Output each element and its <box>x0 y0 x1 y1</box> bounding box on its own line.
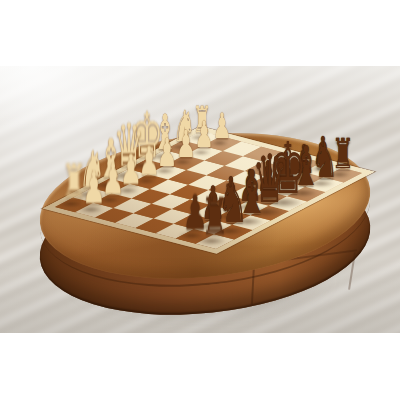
product-photo-chess-set: ♜♞♝♛♚♝♞♜♟♟♟♟♟♟♟♟♟♟♟♟♟♟♟♟♜♞♝♛♚♝♞♜ Round w… <box>0 0 400 400</box>
photo-caption: Round wooden magnetic travel chess set w… <box>0 0 1 1</box>
